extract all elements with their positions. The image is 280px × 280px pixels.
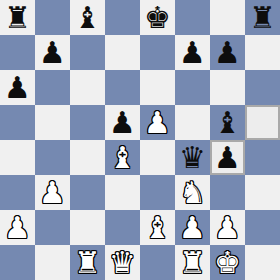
piece-black-bishop-g5[interactable]: ♝	[214, 105, 241, 140]
piece-white-rook-c1[interactable]: ♜	[74, 245, 101, 280]
square-b8[interactable]	[35, 0, 70, 35]
square-f2[interactable]: ♟	[175, 210, 210, 245]
square-b4[interactable]	[35, 140, 70, 175]
piece-white-king-g1[interactable]: ♚	[214, 245, 241, 280]
piece-white-pawn-f2[interactable]: ♟	[179, 210, 206, 245]
square-d5[interactable]: ♟	[105, 105, 140, 140]
square-f8[interactable]	[175, 0, 210, 35]
square-c5[interactable]	[70, 105, 105, 140]
square-f1[interactable]: ♜	[175, 245, 210, 280]
piece-black-pawn-a6[interactable]: ♟	[4, 70, 31, 105]
piece-white-pawn-g2[interactable]: ♟	[214, 210, 241, 245]
square-e3[interactable]	[140, 175, 175, 210]
square-a6[interactable]: ♟	[0, 70, 35, 105]
square-g2[interactable]: ♟	[210, 210, 245, 245]
piece-black-pawn-g4[interactable]: ♟	[214, 140, 241, 175]
square-c4[interactable]	[70, 140, 105, 175]
square-e1[interactable]	[140, 245, 175, 280]
square-a5[interactable]	[0, 105, 35, 140]
square-d3[interactable]	[105, 175, 140, 210]
piece-white-pawn-e5[interactable]: ♟	[144, 105, 171, 140]
square-h1[interactable]	[245, 245, 280, 280]
square-g3[interactable]	[210, 175, 245, 210]
square-b7[interactable]: ♟	[35, 35, 70, 70]
square-g4[interactable]: ♟	[210, 140, 245, 175]
square-b2[interactable]	[35, 210, 70, 245]
piece-white-pawn-a2[interactable]: ♟	[4, 210, 31, 245]
square-d2[interactable]	[105, 210, 140, 245]
square-d6[interactable]	[105, 70, 140, 105]
square-a4[interactable]	[0, 140, 35, 175]
piece-black-pawn-f7[interactable]: ♟	[179, 35, 206, 70]
piece-white-bishop-d4[interactable]: ♝	[109, 140, 136, 175]
square-h4[interactable]	[245, 140, 280, 175]
square-a3[interactable]	[0, 175, 35, 210]
square-d8[interactable]	[105, 0, 140, 35]
piece-white-knight-f3[interactable]: ♞	[179, 175, 206, 210]
square-g6[interactable]	[210, 70, 245, 105]
piece-black-pawn-d5[interactable]: ♟	[109, 105, 136, 140]
square-a7[interactable]	[0, 35, 35, 70]
piece-black-rook-a8[interactable]: ♜	[4, 0, 31, 35]
piece-black-pawn-g7[interactable]: ♟	[214, 35, 241, 70]
square-g5[interactable]: ♝	[210, 105, 245, 140]
square-f4[interactable]: ♛	[175, 140, 210, 175]
piece-white-bishop-e2[interactable]: ♝	[144, 210, 171, 245]
chess-board: ♜♝♚♜♟♟♟♟♟♟♝♝♛♟♟♞♟♝♟♟♜♛♜♚	[0, 0, 280, 280]
square-f7[interactable]: ♟	[175, 35, 210, 70]
square-g8[interactable]	[210, 0, 245, 35]
square-g1[interactable]: ♚	[210, 245, 245, 280]
square-f6[interactable]	[175, 70, 210, 105]
square-a2[interactable]: ♟	[0, 210, 35, 245]
square-d4[interactable]: ♝	[105, 140, 140, 175]
square-e2[interactable]: ♝	[140, 210, 175, 245]
piece-black-rook-h8[interactable]: ♜	[249, 0, 276, 35]
square-c1[interactable]: ♜	[70, 245, 105, 280]
square-b1[interactable]	[35, 245, 70, 280]
square-d1[interactable]: ♛	[105, 245, 140, 280]
square-h7[interactable]	[245, 35, 280, 70]
square-h5[interactable]	[245, 105, 280, 140]
square-c3[interactable]	[70, 175, 105, 210]
square-e6[interactable]	[140, 70, 175, 105]
piece-black-bishop-c8[interactable]: ♝	[74, 0, 101, 35]
square-h2[interactable]	[245, 210, 280, 245]
square-a1[interactable]	[0, 245, 35, 280]
square-c6[interactable]	[70, 70, 105, 105]
piece-black-queen-f4[interactable]: ♛	[179, 140, 206, 175]
square-e8[interactable]: ♚	[140, 0, 175, 35]
square-c7[interactable]	[70, 35, 105, 70]
square-a8[interactable]: ♜	[0, 0, 35, 35]
square-h8[interactable]: ♜	[245, 0, 280, 35]
square-e7[interactable]	[140, 35, 175, 70]
square-g7[interactable]: ♟	[210, 35, 245, 70]
square-d7[interactable]	[105, 35, 140, 70]
square-c8[interactable]: ♝	[70, 0, 105, 35]
square-h3[interactable]	[245, 175, 280, 210]
square-b3[interactable]: ♟	[35, 175, 70, 210]
piece-black-pawn-b7[interactable]: ♟	[39, 35, 66, 70]
piece-white-queen-d1[interactable]: ♛	[109, 245, 136, 280]
piece-white-rook-f1[interactable]: ♜	[179, 245, 206, 280]
piece-black-king-e8[interactable]: ♚	[144, 0, 171, 35]
square-c2[interactable]	[70, 210, 105, 245]
square-e4[interactable]	[140, 140, 175, 175]
piece-white-pawn-b3[interactable]: ♟	[39, 175, 66, 210]
square-e5[interactable]: ♟	[140, 105, 175, 140]
square-f3[interactable]: ♞	[175, 175, 210, 210]
square-b5[interactable]	[35, 105, 70, 140]
square-h6[interactable]	[245, 70, 280, 105]
square-b6[interactable]	[35, 70, 70, 105]
square-f5[interactable]	[175, 105, 210, 140]
chess-board-container: ♜♝♚♜♟♟♟♟♟♟♝♝♛♟♟♞♟♝♟♟♜♛♜♚	[0, 0, 280, 280]
